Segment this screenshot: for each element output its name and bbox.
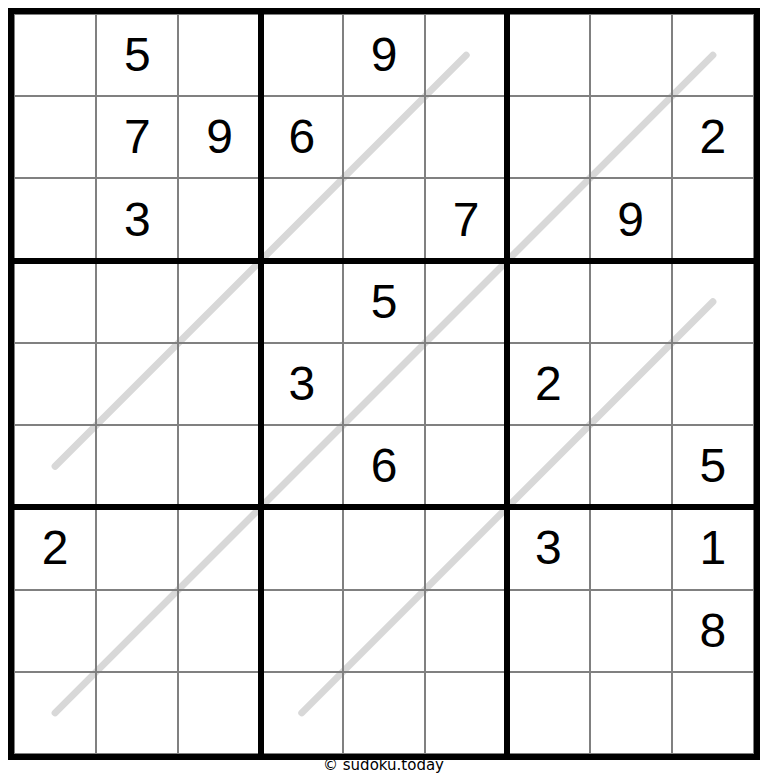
cell-r1c3[interactable] [178, 14, 260, 96]
copyright-text: © sudoku.today [323, 756, 444, 774]
cell-r7c8[interactable] [590, 507, 672, 589]
cell-r8c7[interactable] [507, 590, 589, 672]
cell-r3c6[interactable]: 7 [425, 178, 507, 260]
cell-r7c7[interactable]: 3 [507, 507, 589, 589]
cell-r5c8[interactable] [590, 343, 672, 425]
cell-r1c7[interactable] [507, 14, 589, 96]
cell-r3c4[interactable] [261, 178, 343, 260]
cell-r5c6[interactable] [425, 343, 507, 425]
cell-r5c2[interactable] [96, 343, 178, 425]
cell-r7c4[interactable] [261, 507, 343, 589]
cell-r3c2[interactable]: 3 [96, 178, 178, 260]
cell-r8c6[interactable] [425, 590, 507, 672]
cell-r9c5[interactable] [343, 672, 425, 754]
cell-r9c2[interactable] [96, 672, 178, 754]
cell-r4c2[interactable] [96, 261, 178, 343]
cell-r6c2[interactable] [96, 425, 178, 507]
cell-r4c1[interactable] [14, 261, 96, 343]
cell-r9c7[interactable] [507, 672, 589, 754]
cell-r1c1[interactable] [14, 14, 96, 96]
cell-r5c9[interactable] [672, 343, 754, 425]
cell-r3c8[interactable]: 9 [590, 178, 672, 260]
cell-r8c4[interactable] [261, 590, 343, 672]
cell-r9c8[interactable] [590, 672, 672, 754]
cell-r2c3[interactable]: 9 [178, 96, 260, 178]
cell-r6c9[interactable]: 5 [672, 425, 754, 507]
cell-r7c5[interactable] [343, 507, 425, 589]
cell-r4c3[interactable] [178, 261, 260, 343]
cell-r7c9[interactable]: 1 [672, 507, 754, 589]
cell-r1c5[interactable]: 9 [343, 14, 425, 96]
cell-r7c3[interactable] [178, 507, 260, 589]
cell-r2c9[interactable]: 2 [672, 96, 754, 178]
cell-r8c5[interactable] [343, 590, 425, 672]
cell-r1c6[interactable] [425, 14, 507, 96]
cell-r6c3[interactable] [178, 425, 260, 507]
cell-r4c7[interactable] [507, 261, 589, 343]
cell-r2c7[interactable] [507, 96, 589, 178]
cell-r1c8[interactable] [590, 14, 672, 96]
cell-r6c4[interactable] [261, 425, 343, 507]
cell-r4c4[interactable] [261, 261, 343, 343]
cell-r2c5[interactable] [343, 96, 425, 178]
cell-r2c6[interactable] [425, 96, 507, 178]
cell-r8c1[interactable] [14, 590, 96, 672]
cell-r7c1[interactable]: 2 [14, 507, 96, 589]
cell-r7c6[interactable] [425, 507, 507, 589]
cell-r9c4[interactable] [261, 672, 343, 754]
puzzle-page: 597962379532652318 © sudoku.today [0, 0, 767, 777]
cell-r4c6[interactable] [425, 261, 507, 343]
cell-r2c1[interactable] [14, 96, 96, 178]
cell-r1c4[interactable] [261, 14, 343, 96]
cell-r1c9[interactable] [672, 14, 754, 96]
copyright-footer: © sudoku.today [0, 756, 767, 774]
cell-r9c1[interactable] [14, 672, 96, 754]
cell-r3c9[interactable] [672, 178, 754, 260]
cell-r5c5[interactable] [343, 343, 425, 425]
cell-r9c6[interactable] [425, 672, 507, 754]
cell-r8c3[interactable] [178, 590, 260, 672]
cell-r4c9[interactable] [672, 261, 754, 343]
sudoku-grid: 597962379532652318 [14, 14, 754, 754]
cell-r5c3[interactable] [178, 343, 260, 425]
cell-r6c7[interactable] [507, 425, 589, 507]
cell-r9c9[interactable] [672, 672, 754, 754]
sudoku-board: 597962379532652318 [8, 8, 760, 760]
cell-r5c7[interactable]: 2 [507, 343, 589, 425]
cell-r8c9[interactable]: 8 [672, 590, 754, 672]
cell-r6c1[interactable] [14, 425, 96, 507]
cell-r6c6[interactable] [425, 425, 507, 507]
cell-r4c5[interactable]: 5 [343, 261, 425, 343]
cell-r4c8[interactable] [590, 261, 672, 343]
cell-r2c4[interactable]: 6 [261, 96, 343, 178]
cell-r9c3[interactable] [178, 672, 260, 754]
cell-r3c1[interactable] [14, 178, 96, 260]
cell-r1c2[interactable]: 5 [96, 14, 178, 96]
cell-r2c8[interactable] [590, 96, 672, 178]
cell-r6c8[interactable] [590, 425, 672, 507]
cell-r3c7[interactable] [507, 178, 589, 260]
cell-r7c2[interactable] [96, 507, 178, 589]
cell-r3c5[interactable] [343, 178, 425, 260]
cell-r5c4[interactable]: 3 [261, 343, 343, 425]
cell-r8c2[interactable] [96, 590, 178, 672]
cell-r6c5[interactable]: 6 [343, 425, 425, 507]
cell-r3c3[interactable] [178, 178, 260, 260]
cell-r2c2[interactable]: 7 [96, 96, 178, 178]
cell-r5c1[interactable] [14, 343, 96, 425]
cell-r8c8[interactable] [590, 590, 672, 672]
